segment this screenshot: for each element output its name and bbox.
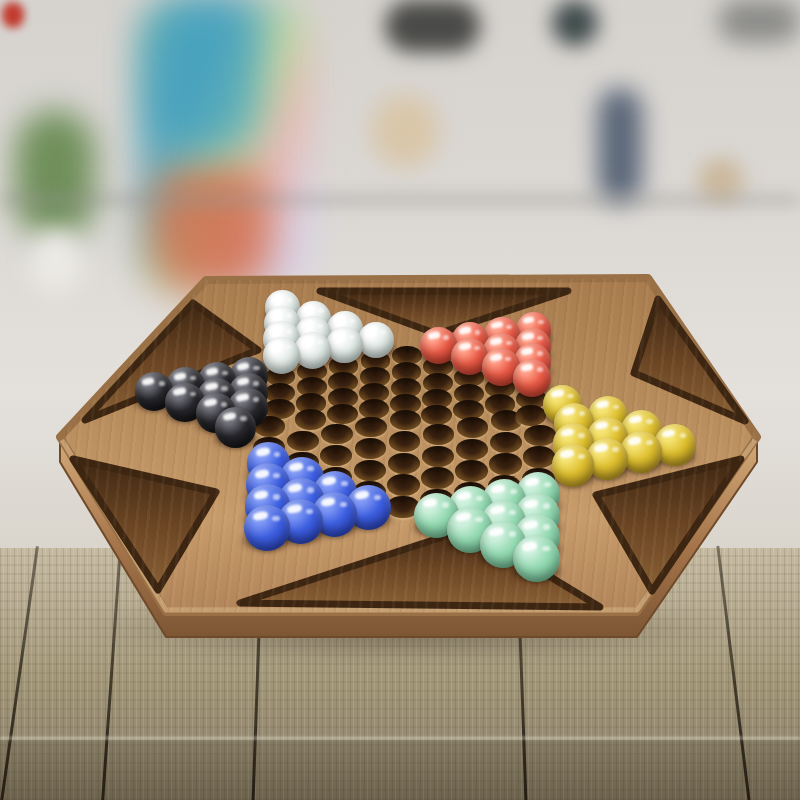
- marble-highlight-2: [159, 381, 165, 386]
- marble-highlight-2: [475, 330, 481, 334]
- marble-highlight: [595, 400, 609, 410]
- hole-r11c4[interactable]: [354, 460, 387, 481]
- marble-highlight-2: [537, 367, 543, 372]
- hole-r10c6[interactable]: [423, 424, 454, 445]
- marble-highlight: [333, 331, 346, 340]
- marble-highlight-2: [317, 340, 323, 344]
- marble-highlight: [204, 398, 218, 408]
- marble-highlight: [490, 337, 503, 346]
- hole-r12c7[interactable]: [455, 460, 488, 481]
- marble-highlight-2: [544, 482, 551, 487]
- marble-highlight: [142, 377, 156, 386]
- marble-highlight: [174, 372, 188, 381]
- marble-highlight-2: [190, 392, 196, 397]
- marble-highlight: [321, 476, 336, 487]
- marble-highlight: [561, 407, 575, 417]
- marble-highlight: [560, 428, 575, 438]
- marble-highlight-2: [341, 481, 348, 486]
- marble-highlight: [488, 526, 504, 537]
- hole-r10c7[interactable]: [457, 417, 488, 438]
- marble-blue-r13c1[interactable]: [244, 505, 290, 551]
- marble-highlight: [523, 498, 539, 509]
- marble-highlight: [253, 489, 269, 500]
- marble-highlight-2: [317, 324, 323, 328]
- hole-r9c3[interactable]: [321, 424, 352, 445]
- hole-r11c7[interactable]: [456, 439, 488, 460]
- marble-highlight: [204, 382, 218, 391]
- marble-highlight-2: [542, 546, 550, 552]
- marble-highlight-2: [307, 487, 314, 492]
- hole-r11c8[interactable]: [490, 432, 522, 453]
- marble-highlight-2: [475, 517, 482, 522]
- marble-highlight: [456, 491, 472, 502]
- marble-highlight-2: [221, 386, 227, 391]
- hole-r9c2[interactable]: [287, 431, 319, 452]
- marble-highlight-2: [505, 357, 511, 362]
- marble-highlight-2: [253, 397, 259, 402]
- marble-highlight-2: [476, 496, 483, 501]
- hole-r8c4[interactable]: [327, 404, 358, 424]
- marble-white-r4c1[interactable]: [263, 337, 300, 374]
- marble-red-r8c10[interactable]: [513, 359, 551, 397]
- marble-highlight-2: [349, 319, 355, 323]
- marble-highlight-2: [273, 494, 280, 499]
- marble-highlight-2: [543, 524, 550, 530]
- marble-highlight-2: [537, 351, 543, 355]
- hole-r12c6[interactable]: [421, 467, 454, 489]
- marble-highlight: [269, 341, 282, 350]
- hole-r12c9[interactable]: [523, 446, 555, 467]
- marble-highlight-2: [253, 366, 259, 371]
- hole-r10c3[interactable]: [320, 445, 352, 466]
- marble-highlight: [559, 449, 574, 459]
- marble-highlight-2: [274, 452, 281, 457]
- marble-highlight: [489, 352, 502, 361]
- marble-highlight: [422, 497, 438, 508]
- marble-highlight: [459, 326, 472, 335]
- marble-highlight: [237, 361, 250, 370]
- marble-highlight: [521, 332, 534, 341]
- marble-highlight: [272, 294, 284, 302]
- marble-highlight-2: [510, 489, 517, 494]
- marble-highlight-2: [506, 325, 512, 329]
- marble-highlight-2: [374, 495, 381, 500]
- hole-r9c4[interactable]: [355, 417, 386, 438]
- marble-highlight-2: [340, 502, 347, 507]
- marble-highlight-2: [287, 298, 293, 302]
- marble-highlight-2: [646, 419, 653, 424]
- marble-highlight: [522, 540, 539, 551]
- photo-scene: [0, 0, 800, 800]
- board-grid: [0, 0, 800, 800]
- marble-highlight: [301, 336, 314, 345]
- marble-highlight-2: [318, 308, 324, 312]
- marble-highlight: [455, 512, 471, 523]
- marble-highlight: [520, 363, 533, 372]
- marble-highlight-2: [442, 502, 449, 507]
- marble-highlight: [628, 435, 643, 445]
- marble-highlight: [521, 347, 534, 356]
- marble-highlight: [287, 483, 303, 494]
- hole-r9c6[interactable]: [421, 405, 452, 425]
- marble-highlight: [594, 421, 608, 431]
- marble-highlight-2: [349, 335, 355, 339]
- marble-highlight-2: [612, 447, 619, 452]
- hole-r12c5[interactable]: [387, 474, 420, 496]
- marble-highlight: [286, 504, 302, 515]
- marble-highlight: [364, 326, 377, 335]
- hole-r10c5[interactable]: [389, 431, 421, 452]
- marble-white-r4c4[interactable]: [358, 322, 394, 358]
- marble-highlight-2: [443, 335, 449, 339]
- marble-highlight-2: [509, 510, 516, 515]
- marble-highlight: [458, 342, 471, 351]
- marble-highlight: [489, 505, 505, 516]
- marble-highlight-2: [646, 440, 653, 445]
- marble-highlight-2: [538, 320, 544, 324]
- marble-highlight: [288, 461, 303, 471]
- marble-white-r4c2[interactable]: [294, 332, 331, 369]
- marble-highlight: [523, 519, 539, 530]
- marble-highlight: [334, 315, 347, 324]
- hole-r11c5[interactable]: [388, 453, 420, 474]
- marble-highlight-2: [380, 330, 386, 334]
- marble-highlight: [223, 412, 237, 422]
- marble-highlight: [235, 393, 249, 403]
- marble-highlight-2: [221, 402, 227, 407]
- marble-highlight: [593, 442, 608, 452]
- marble-highlight: [236, 377, 250, 386]
- marble-highlight-2: [680, 433, 687, 438]
- marble-highlight: [522, 316, 535, 325]
- marble-highlight-2: [567, 394, 573, 399]
- marble-highlight-2: [537, 336, 543, 340]
- hole-r11c9[interactable]: [524, 425, 555, 446]
- marble-highlight-2: [474, 346, 480, 350]
- marble-highlight: [321, 497, 337, 508]
- hole-r11c6[interactable]: [422, 446, 454, 467]
- marble-highlight-2: [579, 411, 585, 416]
- marble-highlight-2: [190, 376, 196, 381]
- marble-highlight: [427, 331, 440, 340]
- marble-highlight: [662, 429, 677, 439]
- marble-highlight-2: [253, 381, 259, 386]
- marble-highlight: [302, 320, 315, 329]
- marble-highlight-2: [509, 531, 516, 537]
- marble-highlight: [303, 305, 315, 314]
- marble-highlight: [254, 468, 269, 479]
- hole-r10c4[interactable]: [355, 438, 387, 459]
- marble-highlight-2: [240, 416, 247, 421]
- marble-highlight: [255, 447, 270, 457]
- marble-highlight-2: [578, 433, 585, 438]
- marble-highlight: [270, 325, 283, 334]
- marble-highlight-2: [578, 454, 585, 459]
- marble-highlight: [490, 484, 506, 495]
- marble-highlight: [491, 321, 504, 330]
- marble-highlight-2: [272, 516, 279, 521]
- marble-highlight-2: [612, 426, 619, 431]
- marble-highlight-2: [613, 405, 619, 410]
- marble-highlight-2: [307, 466, 314, 471]
- marble-highlight-2: [286, 329, 292, 333]
- marble-highlight-2: [285, 345, 291, 349]
- marble-highlight: [524, 477, 539, 488]
- hole-r9c5[interactable]: [390, 410, 421, 430]
- marble-highlight-2: [286, 313, 292, 317]
- marble-highlight: [355, 490, 371, 501]
- hole-r12c8[interactable]: [489, 453, 521, 474]
- marble-black-r8c1[interactable]: [215, 407, 256, 448]
- marble-highlight: [252, 510, 268, 521]
- marble-highlight: [271, 310, 283, 319]
- marble-highlight: [550, 389, 564, 399]
- marble-highlight-2: [306, 509, 313, 514]
- marble-yellow-r13c10[interactable]: [552, 444, 595, 487]
- marble-highlight: [205, 367, 218, 376]
- marble-highlight-2: [543, 503, 550, 508]
- marble-highlight-2: [506, 341, 512, 345]
- marble-highlight: [173, 387, 187, 397]
- marble-highlight-2: [222, 371, 228, 376]
- marble-highlight: [628, 414, 642, 424]
- marble-highlight-2: [273, 473, 280, 478]
- hole-r8c3[interactable]: [295, 409, 326, 429]
